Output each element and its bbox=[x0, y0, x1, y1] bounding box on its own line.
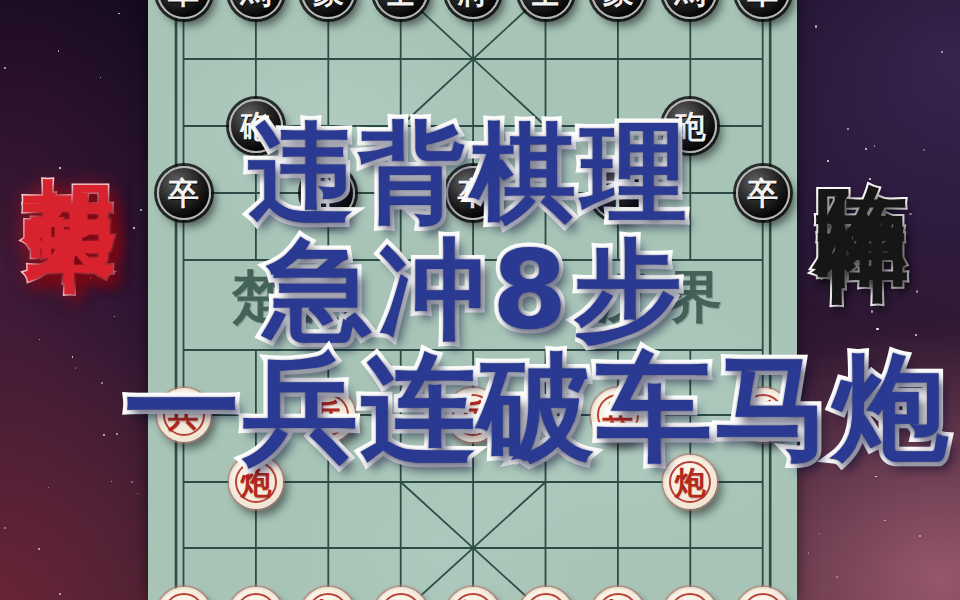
piece-black-horse: 馬 bbox=[229, 0, 283, 19]
piece-character: 仕 bbox=[376, 589, 426, 600]
star-dot bbox=[815, 25, 817, 27]
piece-character: 士 bbox=[521, 0, 571, 17]
piece-black-elephant: 象 bbox=[301, 0, 355, 19]
star-dot bbox=[884, 520, 886, 522]
piece-red-horse: 傌 bbox=[663, 587, 717, 600]
piece-black-chariot: 車 bbox=[736, 0, 790, 19]
star-dot bbox=[4, 527, 6, 529]
piece-black-horse: 馬 bbox=[663, 0, 717, 19]
star-dot bbox=[836, 576, 838, 578]
piece-black-soldier: 卒 bbox=[736, 166, 790, 220]
star-dot bbox=[879, 245, 880, 246]
piece-black-advisor: 士 bbox=[519, 0, 573, 19]
piece-red-advisor: 仕 bbox=[519, 587, 573, 600]
star-dot bbox=[808, 552, 809, 553]
piece-character: 帥 bbox=[448, 589, 498, 600]
piece-red-elephant: 相 bbox=[301, 587, 355, 600]
star-dot bbox=[116, 433, 119, 436]
star-dot bbox=[100, 77, 101, 78]
piece-character: 傌 bbox=[665, 589, 715, 600]
star-dot bbox=[111, 481, 112, 482]
piece-character: 卒 bbox=[738, 168, 788, 218]
star-dot bbox=[133, 227, 135, 229]
piece-character: 卒 bbox=[159, 168, 209, 218]
star-dot bbox=[916, 290, 918, 292]
piece-character: 車 bbox=[159, 0, 209, 17]
star-dot bbox=[48, 487, 49, 488]
star-dot bbox=[869, 178, 871, 180]
video-frame: 楚河 汉界 車馬象士將士象馬車砲砲卒卒卒卒卒兵兵兵兵兵炮炮俥傌相仕帥仕相傌俥 胡… bbox=[0, 0, 960, 600]
star-dot bbox=[140, 209, 142, 211]
piece-character: 士 bbox=[376, 0, 426, 17]
star-dot bbox=[103, 191, 105, 193]
star-dot bbox=[865, 148, 867, 150]
star-dot bbox=[103, 434, 105, 436]
star-dot bbox=[827, 160, 830, 163]
star-dot bbox=[819, 533, 820, 534]
star-dot bbox=[923, 149, 925, 151]
piece-character: 俥 bbox=[738, 589, 788, 600]
piece-black-general: 將 bbox=[446, 0, 500, 19]
overlay-title-line2: 急冲8步 bbox=[264, 236, 687, 344]
piece-character: 仕 bbox=[521, 589, 571, 600]
piece-character: 馬 bbox=[231, 0, 281, 17]
star-dot bbox=[874, 145, 875, 146]
piece-red-horse: 傌 bbox=[229, 587, 283, 600]
star-dot bbox=[919, 535, 921, 537]
piece-red-elephant: 相 bbox=[591, 587, 645, 600]
star-dot bbox=[90, 277, 92, 279]
star-dot bbox=[39, 339, 40, 340]
star-dot bbox=[4, 67, 6, 69]
star-dot bbox=[59, 167, 61, 169]
star-dot bbox=[118, 13, 120, 15]
overlay-title-line1: 违背棋理 bbox=[248, 120, 692, 226]
piece-character: 象 bbox=[593, 0, 643, 17]
overlay-title-line3: 一兵连破车马炮 bbox=[124, 350, 950, 466]
piece-black-elephant: 象 bbox=[591, 0, 645, 19]
star-dot bbox=[131, 481, 133, 483]
star-dot bbox=[876, 328, 878, 330]
piece-character: 將 bbox=[448, 0, 498, 17]
star-dot bbox=[941, 51, 943, 53]
star-dot bbox=[900, 205, 901, 206]
star-dot bbox=[38, 548, 40, 550]
star-dot bbox=[915, 334, 917, 336]
star-dot bbox=[114, 316, 115, 317]
piece-black-advisor: 士 bbox=[374, 0, 428, 19]
piece-character: 相 bbox=[593, 589, 643, 600]
star-dot bbox=[59, 593, 61, 595]
right-player-name: 陈柏祥 bbox=[816, 108, 910, 144]
star-dot bbox=[137, 493, 139, 495]
piece-character: 象 bbox=[303, 0, 353, 17]
piece-red-general: 帥 bbox=[446, 587, 500, 600]
piece-character: 俥 bbox=[159, 589, 209, 600]
piece-red-chariot: 俥 bbox=[736, 587, 790, 600]
piece-red-advisor: 仕 bbox=[374, 587, 428, 600]
piece-character: 相 bbox=[303, 589, 353, 600]
star-dot bbox=[875, 476, 877, 478]
piece-black-soldier: 卒 bbox=[157, 166, 211, 220]
piece-black-chariot: 車 bbox=[157, 0, 211, 19]
star-dot bbox=[58, 50, 59, 51]
piece-character: 傌 bbox=[231, 589, 281, 600]
piece-red-chariot: 俥 bbox=[157, 587, 211, 600]
star-dot bbox=[101, 382, 103, 384]
star-dot bbox=[909, 213, 911, 215]
star-dot bbox=[75, 367, 77, 369]
piece-character: 車 bbox=[738, 0, 788, 17]
star-dot bbox=[72, 356, 74, 358]
left-player-name: 胡荣华 bbox=[24, 102, 116, 144]
star-dot bbox=[846, 257, 848, 259]
star-dot bbox=[871, 310, 874, 313]
piece-character: 馬 bbox=[665, 0, 715, 17]
